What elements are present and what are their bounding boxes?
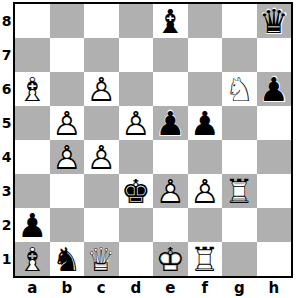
file-label-f: f — [188, 278, 223, 298]
piece-white-knight[interactable]: ♞♘ — [222, 72, 257, 106]
square-b5[interactable]: ♟♙ — [50, 106, 85, 140]
piece-black-pawn[interactable]: ♟♟ — [257, 72, 292, 106]
rank-label-6: 6 — [0, 72, 13, 106]
square-h4[interactable] — [257, 140, 292, 174]
square-c2[interactable] — [84, 208, 119, 242]
square-f6[interactable] — [188, 72, 223, 106]
square-c3[interactable] — [84, 174, 119, 208]
square-a5[interactable] — [15, 106, 50, 140]
square-e3[interactable]: ♟♙ — [153, 174, 188, 208]
file-labels: abcdefgh — [15, 278, 291, 298]
square-a6[interactable]: ♝♗ — [15, 72, 50, 106]
knight-glyph: ♘ — [222, 72, 257, 106]
pawn-glyph: ♙ — [188, 174, 223, 208]
file-label-g: g — [222, 278, 257, 298]
king-glyph: ♚ — [119, 174, 154, 208]
square-c6[interactable]: ♟♙ — [84, 72, 119, 106]
piece-white-rook[interactable]: ♜♖ — [188, 242, 223, 276]
rook-glyph: ♖ — [222, 174, 257, 208]
piece-white-pawn[interactable]: ♟♙ — [84, 140, 119, 174]
square-g6[interactable]: ♞♘ — [222, 72, 257, 106]
square-e5[interactable]: ♟♟ — [153, 106, 188, 140]
piece-white-king[interactable]: ♚♔ — [153, 242, 188, 276]
piece-white-pawn[interactable]: ♟♙ — [50, 106, 85, 140]
square-e7[interactable] — [153, 38, 188, 72]
piece-black-pawn[interactable]: ♟♟ — [153, 106, 188, 140]
bishop-glyph: ♗ — [15, 72, 50, 106]
pawn-glyph: ♙ — [153, 174, 188, 208]
square-g1[interactable] — [222, 242, 257, 276]
piece-white-bishop[interactable]: ♝♗ — [15, 72, 50, 106]
square-d5[interactable]: ♟♙ — [119, 106, 154, 140]
square-h8[interactable]: ♛♛ — [257, 4, 292, 38]
file-label-c: c — [84, 278, 119, 298]
piece-white-pawn[interactable]: ♟♙ — [153, 174, 188, 208]
chess-board: ♝♝♛♛♝♗♟♙♞♘♟♟♟♙♟♙♟♟♟♟♟♙♟♙♚♚♟♙♟♙♜♖♟♟♝♗♞♞♛♕… — [13, 2, 293, 278]
square-e2[interactable] — [153, 208, 188, 242]
rank-label-5: 5 — [0, 106, 13, 140]
square-e4[interactable] — [153, 140, 188, 174]
pawn-glyph: ♙ — [50, 106, 85, 140]
square-h7[interactable] — [257, 38, 292, 72]
square-g7[interactable] — [222, 38, 257, 72]
square-e6[interactable] — [153, 72, 188, 106]
square-d1[interactable] — [119, 242, 154, 276]
square-d7[interactable] — [119, 38, 154, 72]
piece-black-bishop[interactable]: ♝♝ — [153, 4, 188, 38]
rank-label-4: 4 — [0, 140, 13, 174]
square-h2[interactable] — [257, 208, 292, 242]
square-f2[interactable] — [188, 208, 223, 242]
pawn-glyph: ♟ — [153, 106, 188, 140]
square-f7[interactable] — [188, 38, 223, 72]
square-a2[interactable]: ♟♟ — [15, 208, 50, 242]
piece-black-queen[interactable]: ♛♛ — [257, 4, 292, 38]
square-a3[interactable] — [15, 174, 50, 208]
piece-white-queen[interactable]: ♛♕ — [84, 242, 119, 276]
pawn-glyph: ♙ — [84, 72, 119, 106]
square-d8[interactable] — [119, 4, 154, 38]
square-a7[interactable] — [15, 38, 50, 72]
piece-white-pawn[interactable]: ♟♙ — [50, 140, 85, 174]
square-h6[interactable]: ♟♟ — [257, 72, 292, 106]
square-b1[interactable]: ♞♞ — [50, 242, 85, 276]
pawn-glyph: ♟ — [15, 208, 50, 242]
chess-diagram: 87654321 ♝♝♛♛♝♗♟♙♞♘♟♟♟♙♟♙♟♟♟♟♟♙♟♙♚♚♟♙♟♙♜… — [0, 0, 296, 298]
square-d6[interactable] — [119, 72, 154, 106]
knight-glyph: ♞ — [50, 242, 85, 276]
piece-black-knight[interactable]: ♞♞ — [50, 242, 85, 276]
square-h5[interactable] — [257, 106, 292, 140]
pawn-glyph: ♙ — [84, 140, 119, 174]
square-c5[interactable] — [84, 106, 119, 140]
square-f8[interactable] — [188, 4, 223, 38]
square-f1[interactable]: ♜♖ — [188, 242, 223, 276]
square-e1[interactable]: ♚♔ — [153, 242, 188, 276]
square-b2[interactable] — [50, 208, 85, 242]
square-f5[interactable]: ♟♟ — [188, 106, 223, 140]
square-d2[interactable] — [119, 208, 154, 242]
square-h1[interactable] — [257, 242, 292, 276]
rank-label-3: 3 — [0, 174, 13, 208]
rank-labels: 87654321 — [0, 4, 13, 276]
square-b3[interactable] — [50, 174, 85, 208]
square-e8[interactable]: ♝♝ — [153, 4, 188, 38]
square-f4[interactable] — [188, 140, 223, 174]
square-c4[interactable]: ♟♙ — [84, 140, 119, 174]
queen-glyph: ♛ — [257, 4, 292, 38]
square-c7[interactable] — [84, 38, 119, 72]
file-label-b: b — [50, 278, 85, 298]
file-label-d: d — [119, 278, 154, 298]
square-b8[interactable] — [50, 4, 85, 38]
square-g5[interactable] — [222, 106, 257, 140]
bishop-glyph: ♝ — [153, 4, 188, 38]
piece-black-king[interactable]: ♚♚ — [119, 174, 154, 208]
file-label-h: h — [257, 278, 292, 298]
square-d3[interactable]: ♚♚ — [119, 174, 154, 208]
pawn-glyph: ♟ — [257, 72, 292, 106]
square-h3[interactable] — [257, 174, 292, 208]
square-g2[interactable] — [222, 208, 257, 242]
piece-black-pawn[interactable]: ♟♟ — [188, 106, 223, 140]
square-b6[interactable] — [50, 72, 85, 106]
square-c1[interactable]: ♛♕ — [84, 242, 119, 276]
square-b7[interactable] — [50, 38, 85, 72]
square-f3[interactable]: ♟♙ — [188, 174, 223, 208]
square-d4[interactable] — [119, 140, 154, 174]
bishop-glyph: ♗ — [15, 242, 50, 276]
piece-white-pawn[interactable]: ♟♙ — [84, 72, 119, 106]
square-b4[interactable]: ♟♙ — [50, 140, 85, 174]
square-a8[interactable] — [15, 4, 50, 38]
square-g4[interactable] — [222, 140, 257, 174]
piece-white-pawn[interactable]: ♟♙ — [119, 106, 154, 140]
pawn-glyph: ♙ — [50, 140, 85, 174]
piece-white-pawn[interactable]: ♟♙ — [188, 174, 223, 208]
square-a4[interactable] — [15, 140, 50, 174]
queen-glyph: ♕ — [84, 242, 119, 276]
rank-label-2: 2 — [0, 208, 13, 242]
rank-label-7: 7 — [0, 38, 13, 72]
file-label-a: a — [15, 278, 50, 298]
square-g3[interactable]: ♜♖ — [222, 174, 257, 208]
piece-black-pawn[interactable]: ♟♟ — [15, 208, 50, 242]
square-c8[interactable] — [84, 4, 119, 38]
rook-glyph: ♖ — [188, 242, 223, 276]
rank-label-1: 1 — [0, 242, 13, 276]
pawn-glyph: ♙ — [119, 106, 154, 140]
piece-white-bishop[interactable]: ♝♗ — [15, 242, 50, 276]
rank-label-8: 8 — [0, 4, 13, 38]
square-a1[interactable]: ♝♗ — [15, 242, 50, 276]
king-glyph: ♔ — [153, 242, 188, 276]
pawn-glyph: ♟ — [188, 106, 223, 140]
square-g8[interactable] — [222, 4, 257, 38]
piece-white-rook[interactable]: ♜♖ — [222, 174, 257, 208]
file-label-e: e — [153, 278, 188, 298]
